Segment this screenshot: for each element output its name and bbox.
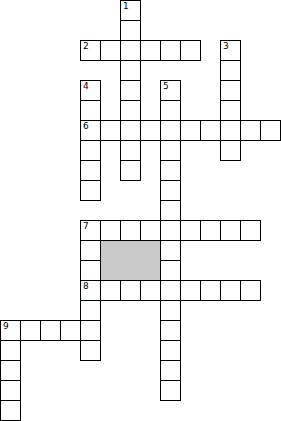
clue-number-5: 5 [163,81,169,91]
cell-r12-c8[interactable] [160,240,181,261]
cell-r6-c4[interactable]: 6 [80,120,101,141]
cell-r5-c4[interactable] [80,100,101,121]
clue-number-9: 9 [3,321,9,331]
cell-r16-c2[interactable] [40,320,61,341]
cell-r6-c12[interactable] [240,120,261,141]
cell-r8-c4[interactable] [80,160,101,181]
cell-r16-c8[interactable] [160,320,181,341]
cell-r3-c11[interactable] [220,60,241,81]
cell-r3-c6[interactable] [120,60,141,81]
cell-r18-c8[interactable] [160,360,181,381]
cell-r6-c8[interactable] [160,120,181,141]
cell-r17-c8[interactable] [160,340,181,361]
cell-r11-c6[interactable] [120,220,141,241]
cell-r16-c3[interactable] [60,320,81,341]
cell-r5-c6[interactable] [120,100,141,121]
cell-r16-c1[interactable] [20,320,41,341]
cell-r14-c7[interactable] [140,280,161,301]
cell-r8-c6[interactable] [120,160,141,181]
cell-r7-c11[interactable] [220,140,241,161]
cell-r14-c5[interactable] [100,280,121,301]
cell-r14-c9[interactable] [180,280,201,301]
cell-r16-c4[interactable] [80,320,101,341]
cell-r7-c4[interactable] [80,140,101,161]
cell-r14-c4[interactable]: 8 [80,280,101,301]
cell-r10-c8[interactable] [160,200,181,221]
cell-r17-c0[interactable] [0,340,21,361]
cell-r16-c0[interactable]: 9 [0,320,21,341]
cell-r2-c7[interactable] [140,40,161,61]
cell-r9-c4[interactable] [80,180,101,201]
cell-r8-c8[interactable] [160,160,181,181]
cell-r4-c8[interactable]: 5 [160,80,181,101]
cell-r12-c4[interactable] [80,240,101,261]
shaded-image-block [100,240,161,281]
cell-r11-c11[interactable] [220,220,241,241]
cell-r15-c8[interactable] [160,300,181,321]
cell-r6-c10[interactable] [200,120,221,141]
cell-r11-c7[interactable] [140,220,161,241]
cell-r11-c5[interactable] [100,220,121,241]
cell-r11-c4[interactable]: 7 [80,220,101,241]
cell-r11-c12[interactable] [240,220,261,241]
clue-number-8: 8 [83,281,89,291]
clue-number-7: 7 [83,221,89,231]
cell-r19-c8[interactable] [160,380,181,401]
cell-r6-c5[interactable] [100,120,121,141]
cell-r6-c11[interactable] [220,120,241,141]
cell-r2-c5[interactable] [100,40,121,61]
cell-r14-c12[interactable] [240,280,261,301]
cell-r2-c11[interactable]: 3 [220,40,241,61]
cell-r14-c6[interactable] [120,280,141,301]
cell-r14-c10[interactable] [200,280,221,301]
cell-r13-c8[interactable] [160,260,181,281]
cell-r6-c7[interactable] [140,120,161,141]
cell-r7-c6[interactable] [120,140,141,161]
cell-r4-c11[interactable] [220,80,241,101]
cell-r15-c4[interactable] [80,300,101,321]
cell-r4-c6[interactable] [120,80,141,101]
cell-r9-c8[interactable] [160,180,181,201]
cell-r1-c6[interactable] [120,20,141,41]
clue-number-6: 6 [83,121,89,131]
cell-r18-c0[interactable] [0,360,21,381]
cell-r2-c6[interactable] [120,40,141,61]
cell-r2-c4[interactable]: 2 [80,40,101,61]
cell-r2-c9[interactable] [180,40,201,61]
cell-r5-c11[interactable] [220,100,241,121]
clue-number-1: 1 [123,1,129,11]
cell-r6-c9[interactable] [180,120,201,141]
cell-r6-c6[interactable] [120,120,141,141]
cell-r7-c8[interactable] [160,140,181,161]
cell-r13-c4[interactable] [80,260,101,281]
clue-number-3: 3 [223,41,229,51]
cell-r20-c0[interactable] [0,400,21,421]
cell-r4-c4[interactable]: 4 [80,80,101,101]
cell-r11-c10[interactable] [200,220,221,241]
cell-r19-c0[interactable] [0,380,21,401]
cell-r14-c8[interactable] [160,280,181,301]
cell-r5-c8[interactable] [160,100,181,121]
cell-r0-c6[interactable]: 1 [120,0,141,21]
cell-r6-c13[interactable] [260,120,281,141]
cell-r11-c8[interactable] [160,220,181,241]
clue-number-4: 4 [83,81,89,91]
cell-r11-c9[interactable] [180,220,201,241]
cell-r14-c11[interactable] [220,280,241,301]
cell-r17-c4[interactable] [80,340,101,361]
clue-number-2: 2 [83,41,89,51]
crossword-grid: 123456789 [0,0,281,421]
cell-r2-c8[interactable] [160,40,181,61]
